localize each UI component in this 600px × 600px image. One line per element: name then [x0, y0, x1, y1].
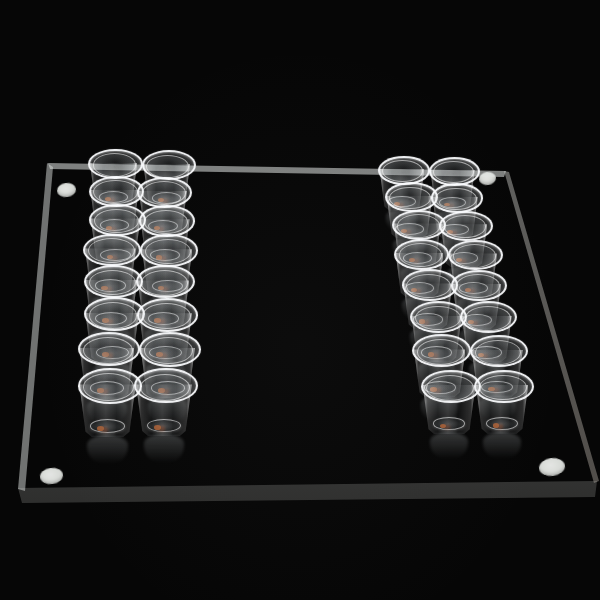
glass-inner-rim [415, 306, 461, 331]
glass-inner-rim [89, 270, 136, 296]
glass-inner-rim [399, 243, 443, 267]
glass-inner-rim [89, 302, 138, 328]
glass-base-well [486, 417, 518, 430]
square-c4-r5[interactable] [247, 310, 303, 343]
glass-inner-rim [144, 337, 193, 364]
glass-inner-rim [141, 270, 188, 295]
glass-inner-rim [142, 303, 190, 329]
glass-inner-rim [83, 373, 134, 401]
glass-inner-rim [146, 155, 189, 178]
square-c4-r1[interactable] [239, 193, 289, 221]
shot-glass-piece-c8-r8[interactable] [474, 370, 530, 434]
square-c6-r8[interactable] [366, 413, 428, 451]
glass-inner-rim [145, 239, 191, 264]
square-c4-r3[interactable] [243, 249, 296, 279]
shot-glass-piece-c7-r8[interactable] [421, 370, 477, 435]
glass-inner-rim [93, 180, 137, 204]
glass-inner-rim [417, 339, 464, 364]
square-c3-r2[interactable] [192, 219, 243, 248]
square-c6-r3[interactable] [342, 250, 396, 280]
rubber-foot-4 [538, 456, 566, 477]
square-c4-r8[interactable] [254, 414, 314, 453]
square-c6-r2[interactable] [338, 221, 391, 250]
square-c5-r6[interactable] [303, 343, 361, 378]
glass-inner-rim [435, 188, 477, 211]
glass-inner-rim [140, 374, 191, 401]
glass-residue-fleck [97, 426, 104, 431]
square-c5-r7[interactable] [306, 378, 366, 414]
square-c4-r7[interactable] [251, 378, 310, 415]
square-c5-r4[interactable] [296, 279, 351, 311]
shot-glass-piece-c1-r8[interactable] [78, 368, 138, 437]
rubber-foot-2 [478, 171, 496, 186]
photo-scene [0, 0, 600, 600]
square-c5-r3[interactable] [292, 249, 346, 279]
square-c5-r1[interactable] [286, 193, 337, 221]
glass-inner-rim [475, 340, 522, 365]
glass-inner-rim [83, 337, 133, 364]
square-c5-r5[interactable] [299, 310, 355, 343]
square-c3-r3[interactable] [193, 248, 245, 278]
square-c3-r5[interactable] [194, 310, 249, 343]
square-c3-r1[interactable] [191, 192, 241, 220]
square-c4-r2[interactable] [241, 220, 293, 249]
rubber-foot-1 [56, 182, 77, 198]
glass-base-well [90, 419, 125, 433]
glass-inner-rim [93, 153, 136, 176]
square-c5-r8[interactable] [310, 414, 371, 453]
square-c3-r4[interactable] [193, 278, 247, 310]
shot-glass-piece-c2-r8[interactable] [134, 368, 193, 436]
rubber-foot-3 [39, 467, 64, 486]
glass-inner-rim [94, 209, 139, 233]
square-c6-r6[interactable] [355, 343, 414, 377]
glass-inner-rim [406, 274, 451, 298]
glass-base-well [147, 419, 181, 433]
glass-inner-rim [453, 244, 496, 267]
glass-inner-rim [465, 306, 510, 331]
square-c4-r6[interactable] [249, 343, 306, 378]
glass-residue-fleck [493, 423, 500, 427]
square-c6-r5[interactable] [351, 311, 408, 344]
square-c3-r6[interactable] [195, 343, 251, 378]
square-c4-r4[interactable] [245, 279, 299, 311]
glass-inner-rim [397, 214, 440, 237]
glass-inner-rim [144, 210, 189, 234]
square-c3-r8[interactable] [197, 414, 256, 453]
glass-inner-rim [142, 181, 186, 205]
square-c5-r2[interactable] [289, 221, 341, 250]
square-c3-r7[interactable] [196, 378, 254, 415]
glass-inner-rim [426, 375, 474, 401]
